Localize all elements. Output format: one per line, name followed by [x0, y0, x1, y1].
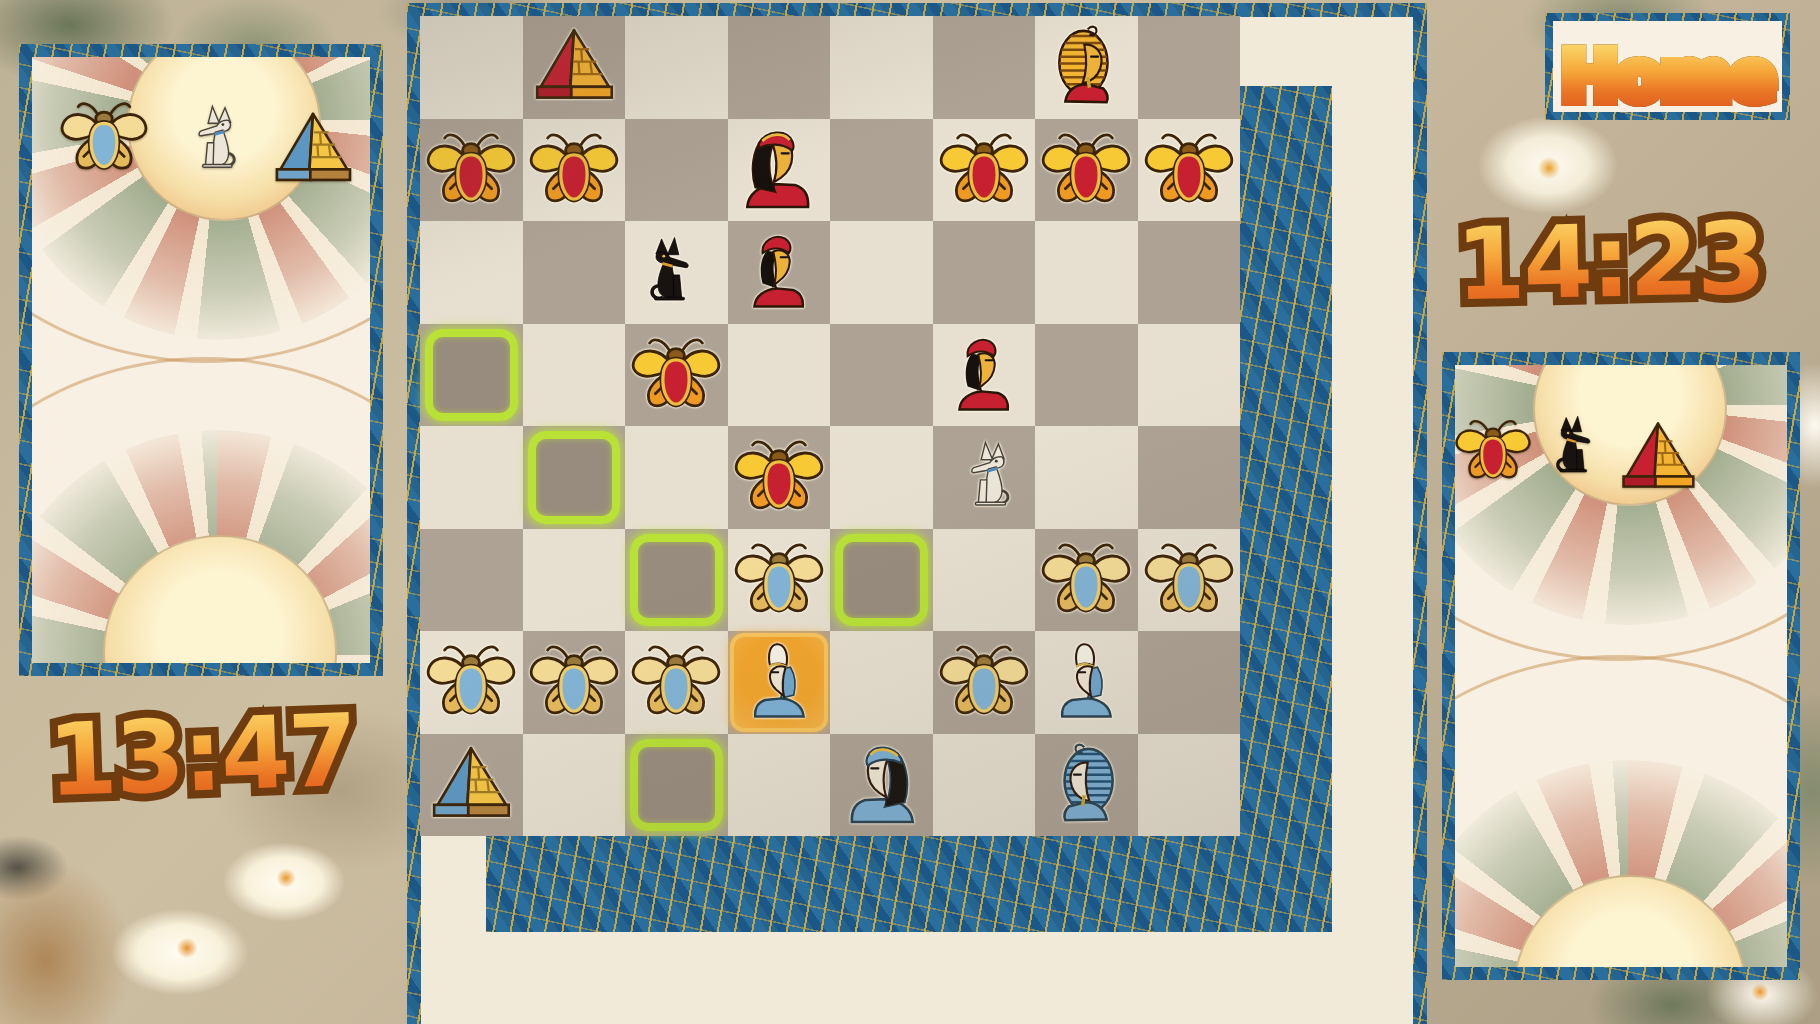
piece-red-pyramid-b8	[525, 22, 623, 112]
legal-move-highlight-a5	[425, 329, 518, 422]
square-c6[interactable]	[625, 221, 728, 324]
piece-blue-scarab-h3	[1139, 533, 1239, 627]
square-a6[interactable]	[420, 221, 523, 324]
legal-move-highlight-e3	[835, 534, 928, 627]
piece-red-scarab-g7	[1036, 123, 1136, 217]
board-frame	[407, 3, 1427, 1024]
legal-move-highlight-c3	[630, 534, 723, 627]
square-c4[interactable]	[625, 426, 728, 529]
square-g7[interactable]	[1035, 119, 1138, 222]
square-b8[interactable]	[523, 16, 626, 119]
piece-blue-scarab-a2	[421, 635, 521, 729]
square-b7[interactable]	[523, 119, 626, 222]
square-f5[interactable]	[933, 324, 1036, 427]
legal-move-highlight-c1	[630, 739, 723, 832]
square-a8[interactable]	[420, 16, 523, 119]
piece-red-scarab-d4	[729, 430, 829, 524]
red-player-clock: 14:23 14:23	[1444, 209, 1776, 326]
piece-blue-scarab-f2	[934, 635, 1034, 729]
square-c1[interactable]	[625, 734, 728, 837]
piece-red-bishop-f5	[943, 326, 1025, 424]
clock-text: 14:23	[1444, 209, 1776, 316]
player-card-red	[1442, 352, 1800, 980]
square-e1[interactable]	[830, 734, 933, 837]
square-d5[interactable]	[728, 324, 831, 427]
square-d3[interactable]	[728, 529, 831, 632]
red-scarab-icon	[1455, 411, 1533, 491]
piece-blue-scarab-g3	[1036, 533, 1136, 627]
blue-pyramid-icon	[263, 106, 363, 194]
player-card-red-art	[1455, 365, 1787, 967]
square-h6[interactable]	[1138, 221, 1241, 324]
square-f7[interactable]	[933, 119, 1036, 222]
legal-move-highlight-b4	[528, 431, 621, 524]
piece-red-scarab-a7	[421, 123, 521, 217]
home-button-face: Home Home	[1553, 21, 1782, 112]
square-h7[interactable]	[1138, 119, 1241, 222]
square-a2[interactable]	[420, 631, 523, 734]
square-h4[interactable]	[1138, 426, 1241, 529]
square-f2[interactable]	[933, 631, 1036, 734]
square-a4[interactable]	[420, 426, 523, 529]
square-h8[interactable]	[1138, 16, 1241, 119]
home-button[interactable]: Home Home	[1545, 13, 1790, 120]
square-d2[interactable]	[728, 631, 831, 734]
square-e8[interactable]	[830, 16, 933, 119]
square-h2[interactable]	[1138, 631, 1241, 734]
square-d7[interactable]	[728, 119, 831, 222]
piece-blue-queen-e1	[837, 735, 925, 835]
blue-anubis-icon	[176, 90, 246, 190]
piece-red-scarab-c5	[626, 328, 726, 422]
square-e3[interactable]	[830, 529, 933, 632]
square-d8[interactable]	[728, 16, 831, 119]
square-c8[interactable]	[625, 16, 728, 119]
square-c5[interactable]	[625, 324, 728, 427]
square-h1[interactable]	[1138, 734, 1241, 837]
blue-player-clock: 13:47 13:47	[28, 700, 376, 822]
square-d6[interactable]	[728, 221, 831, 324]
square-f8[interactable]	[933, 16, 1036, 119]
arc-art	[1455, 365, 1787, 661]
square-b4[interactable]	[523, 426, 626, 529]
square-g8[interactable]	[1035, 16, 1138, 119]
square-g5[interactable]	[1035, 324, 1138, 427]
square-a3[interactable]	[420, 529, 523, 632]
piece-red-scarab-h7	[1139, 123, 1239, 217]
square-e4[interactable]	[830, 426, 933, 529]
red-anubis-icon	[1547, 399, 1611, 495]
piece-red-queen-d7	[735, 120, 823, 220]
piece-blue-scarab-b2	[524, 635, 624, 729]
player-card-blue	[19, 44, 383, 676]
square-e5[interactable]	[830, 324, 933, 427]
piece-blue-scarab-d3	[729, 533, 829, 627]
square-b6[interactable]	[523, 221, 626, 324]
piece-red-bishop-d6	[738, 223, 820, 321]
square-g1[interactable]	[1035, 734, 1138, 837]
square-f1[interactable]	[933, 734, 1036, 837]
piece-blue-bishop-g2	[1045, 633, 1127, 731]
square-h5[interactable]	[1138, 324, 1241, 427]
square-g3[interactable]	[1035, 529, 1138, 632]
square-a7[interactable]	[420, 119, 523, 222]
piece-blue-pyramid-a1	[422, 740, 520, 830]
player-card-blue-art	[32, 57, 370, 663]
board-grid	[420, 16, 1240, 836]
square-e2[interactable]	[830, 631, 933, 734]
square-g2[interactable]	[1035, 631, 1138, 734]
square-h3[interactable]	[1138, 529, 1241, 632]
square-b3[interactable]	[523, 529, 626, 632]
square-e6[interactable]	[830, 221, 933, 324]
square-d4[interactable]	[728, 426, 831, 529]
square-c7[interactable]	[625, 119, 728, 222]
piece-blue-anubis-f4	[948, 426, 1020, 528]
square-c3[interactable]	[625, 529, 728, 632]
square-a1[interactable]	[420, 734, 523, 837]
square-f6[interactable]	[933, 221, 1036, 324]
piece-red-scarab-f7	[934, 123, 1034, 217]
clock-text: 13:47	[28, 700, 375, 812]
piece-red-scarab-b7	[524, 123, 624, 217]
selected-square-highlight-d2	[730, 633, 829, 732]
square-b1[interactable]	[523, 734, 626, 837]
square-f3[interactable]	[933, 529, 1036, 632]
piece-red-king-g8	[1043, 16, 1129, 118]
square-b2[interactable]	[523, 631, 626, 734]
red-pyramid-icon	[1611, 416, 1705, 500]
square-d1[interactable]	[728, 734, 831, 837]
piece-red-anubis-c6	[640, 221, 712, 323]
piece-blue-scarab-c2	[626, 635, 726, 729]
home-label: Home	[1553, 43, 1782, 111]
blue-scarab-icon	[54, 92, 154, 184]
square-b5[interactable]	[523, 324, 626, 427]
square-f4[interactable]	[933, 426, 1036, 529]
piece-blue-king-g1	[1043, 734, 1129, 836]
square-g6[interactable]	[1035, 221, 1138, 324]
square-c2[interactable]	[625, 631, 728, 734]
square-e7[interactable]	[830, 119, 933, 222]
square-a5[interactable]	[420, 324, 523, 427]
home-button-label: Home Home	[1553, 43, 1782, 113]
square-g4[interactable]	[1035, 426, 1138, 529]
